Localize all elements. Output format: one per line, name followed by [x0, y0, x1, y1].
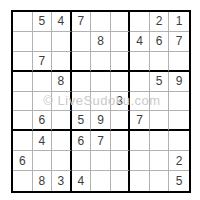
cell-r3c7[interactable] [130, 52, 150, 72]
cell-r5c7[interactable] [130, 92, 150, 112]
cell-r7c6[interactable] [111, 131, 131, 151]
cell-r3c9[interactable] [169, 52, 189, 72]
cell-r8c7[interactable] [130, 151, 150, 171]
cell-r2c7[interactable]: 4 [130, 32, 150, 52]
cell-r7c5[interactable]: 7 [91, 131, 111, 151]
cell-r1c4[interactable]: 7 [72, 12, 92, 32]
cell-r4c3[interactable]: 8 [52, 72, 72, 92]
cell-r7c7[interactable] [130, 131, 150, 151]
cell-r7c4[interactable]: 6 [72, 131, 92, 151]
cell-r2c4[interactable] [72, 32, 92, 52]
cell-r5c2[interactable] [33, 92, 53, 112]
cell-r7c2[interactable]: 4 [33, 131, 53, 151]
cell-r5c9[interactable] [169, 92, 189, 112]
cell-r8c5[interactable] [91, 151, 111, 171]
cell-r9c7[interactable] [130, 171, 150, 191]
cell-r9c4[interactable]: 4 [72, 171, 92, 191]
cell-r4c2[interactable] [33, 72, 53, 92]
cell-r2c5[interactable]: 8 [91, 32, 111, 52]
cell-r8c6[interactable] [111, 151, 131, 171]
cell-r4c4[interactable] [72, 72, 92, 92]
cell-r6c7[interactable]: 7 [130, 111, 150, 131]
cell-r5c6[interactable]: 3 [111, 92, 131, 112]
cell-r1c2[interactable]: 5 [33, 12, 53, 32]
cell-r5c3[interactable] [52, 92, 72, 112]
cell-r2c9[interactable]: 7 [169, 32, 189, 52]
cell-r9c2[interactable]: 8 [33, 171, 53, 191]
cell-r8c1[interactable]: 6 [13, 151, 33, 171]
cell-r1c1[interactable] [13, 12, 33, 32]
cell-r2c3[interactable] [52, 32, 72, 52]
cell-r3c8[interactable] [150, 52, 170, 72]
cell-r3c1[interactable] [13, 52, 33, 72]
cell-r9c1[interactable] [13, 171, 33, 191]
cell-r2c2[interactable] [33, 32, 53, 52]
cell-r1c6[interactable] [111, 12, 131, 32]
cell-r3c6[interactable] [111, 52, 131, 72]
cell-r8c4[interactable] [72, 151, 92, 171]
cell-r6c5[interactable]: 9 [91, 111, 111, 131]
cell-r4c8[interactable]: 5 [150, 72, 170, 92]
cell-r3c3[interactable] [52, 52, 72, 72]
cell-r5c5[interactable] [91, 92, 111, 112]
cell-r5c4[interactable] [72, 92, 92, 112]
cell-r8c9[interactable]: 2 [169, 151, 189, 171]
cell-r8c3[interactable] [52, 151, 72, 171]
cell-r9c5[interactable] [91, 171, 111, 191]
cell-r4c6[interactable] [111, 72, 131, 92]
cell-r9c6[interactable] [111, 171, 131, 191]
cell-r6c6[interactable] [111, 111, 131, 131]
cell-r4c1[interactable] [13, 72, 33, 92]
cell-r3c4[interactable] [72, 52, 92, 72]
cell-r6c9[interactable] [169, 111, 189, 131]
cell-r3c2[interactable]: 7 [33, 52, 53, 72]
cell-r9c3[interactable]: 3 [52, 171, 72, 191]
cell-r8c8[interactable] [150, 151, 170, 171]
cell-r3c5[interactable] [91, 52, 111, 72]
cell-r7c3[interactable] [52, 131, 72, 151]
cell-r7c1[interactable] [13, 131, 33, 151]
cell-r2c8[interactable]: 6 [150, 32, 170, 52]
cell-r1c5[interactable] [91, 12, 111, 32]
cell-r1c7[interactable] [130, 12, 150, 32]
cell-r2c1[interactable] [13, 32, 33, 52]
cell-r1c3[interactable]: 4 [52, 12, 72, 32]
cell-r7c9[interactable] [169, 131, 189, 151]
cell-r6c3[interactable] [52, 111, 72, 131]
cell-r1c8[interactable]: 2 [150, 12, 170, 32]
cell-r5c8[interactable] [150, 92, 170, 112]
cell-r6c1[interactable] [13, 111, 33, 131]
cell-r4c9[interactable]: 9 [169, 72, 189, 92]
cell-r9c9[interactable]: 5 [169, 171, 189, 191]
cell-r1c9[interactable]: 1 [169, 12, 189, 32]
cell-r8c2[interactable] [33, 151, 53, 171]
sudoku-board: 547218467785936597467628345 [11, 10, 191, 193]
cell-r6c2[interactable]: 6 [33, 111, 53, 131]
cell-r6c8[interactable] [150, 111, 170, 131]
cell-r4c7[interactable] [130, 72, 150, 92]
cell-r4c5[interactable] [91, 72, 111, 92]
cell-r6c4[interactable]: 5 [72, 111, 92, 131]
cell-r2c6[interactable] [111, 32, 131, 52]
cell-r7c8[interactable] [150, 131, 170, 151]
cell-r9c8[interactable] [150, 171, 170, 191]
cell-r5c1[interactable] [13, 92, 33, 112]
